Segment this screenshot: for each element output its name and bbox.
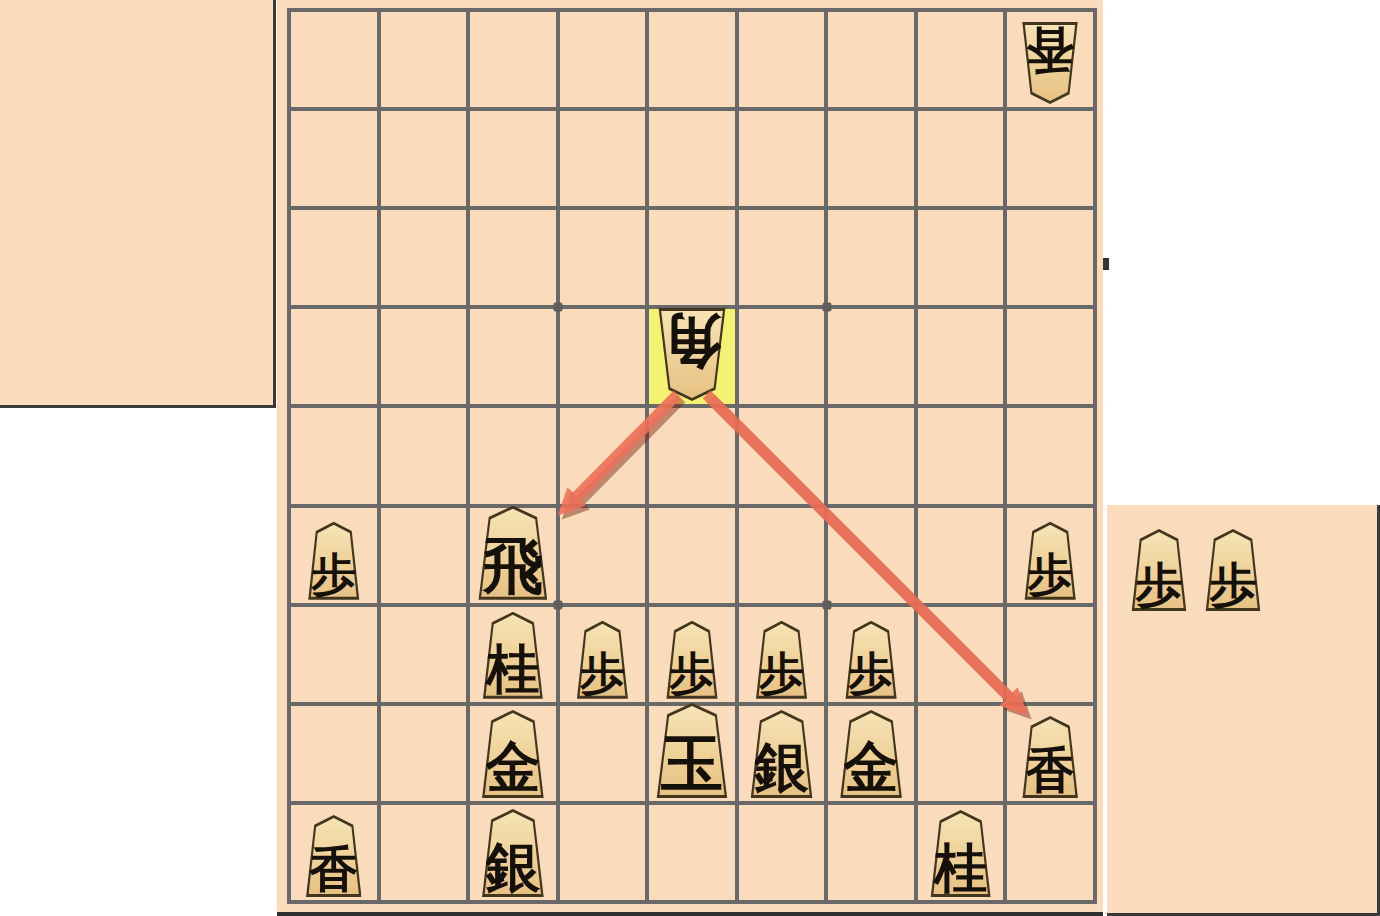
board-cell[interactable]: 桂 <box>470 607 556 702</box>
board-cell[interactable]: 歩 <box>291 508 377 603</box>
board-cell[interactable] <box>560 210 646 305</box>
board-cell[interactable] <box>918 408 1004 503</box>
piece-gyoku-king[interactable]: 玉 <box>652 703 732 798</box>
board-cell[interactable] <box>1007 607 1093 702</box>
board-cell[interactable]: 金 <box>828 706 914 801</box>
shogi-board: 香角歩飛歩桂歩歩歩歩金玉銀金香香銀桂 <box>277 0 1103 916</box>
piece-kanji: 桂 <box>927 840 995 896</box>
hand-tray-sente[interactable]: 歩歩 <box>1107 505 1380 916</box>
board-cell[interactable] <box>381 706 467 801</box>
piece-kanji: 香 <box>1019 24 1082 75</box>
board-cell[interactable] <box>291 210 377 305</box>
piece-kyosha-lance[interactable]: 香 <box>1019 22 1082 104</box>
board-cell[interactable]: 香 <box>1007 706 1093 801</box>
hoshi-dot <box>823 303 832 312</box>
piece-fu-pawn[interactable]: 歩 <box>1128 529 1190 611</box>
board-cell[interactable] <box>291 408 377 503</box>
board-cell[interactable] <box>470 309 556 404</box>
piece-kanji: 歩 <box>1202 560 1264 609</box>
piece-kanji: 歩 <box>1128 560 1190 609</box>
piece-fu-pawn[interactable]: 歩 <box>573 621 631 699</box>
board-cell[interactable] <box>828 309 914 404</box>
board-cell[interactable] <box>560 111 646 206</box>
board-cell[interactable] <box>291 111 377 206</box>
board-cell[interactable] <box>381 508 467 603</box>
piece-kanji: 香 <box>1019 745 1082 796</box>
board-cell[interactable] <box>291 706 377 801</box>
board-cell[interactable] <box>649 805 735 900</box>
hoshi-dot <box>554 303 563 312</box>
board-cell[interactable] <box>291 309 377 404</box>
board-cell[interactable] <box>381 408 467 503</box>
piece-kanji: 金 <box>836 738 906 796</box>
board-cell[interactable] <box>649 408 735 503</box>
piece-kanji: 歩 <box>305 551 363 598</box>
board-cell[interactable] <box>560 309 646 404</box>
piece-kanji: 桂 <box>479 641 547 697</box>
board-edge-notch <box>1103 258 1109 270</box>
board-cell[interactable] <box>918 111 1004 206</box>
piece-kyosha-lance[interactable]: 香 <box>1019 716 1082 798</box>
board-cell[interactable] <box>1007 111 1093 206</box>
board-cell[interactable] <box>470 111 556 206</box>
board-cell[interactable] <box>828 12 914 107</box>
piece-kanji: 金 <box>478 738 548 796</box>
hoshi-dot <box>823 601 832 610</box>
piece-fu-pawn[interactable]: 歩 <box>753 621 811 699</box>
board-cell[interactable] <box>918 12 1004 107</box>
board-cell[interactable] <box>381 309 467 404</box>
board-cell[interactable] <box>381 12 467 107</box>
piece-kanji: 歩 <box>573 650 631 697</box>
board-cell[interactable] <box>470 210 556 305</box>
board-cell[interactable] <box>739 12 825 107</box>
board-cell[interactable] <box>470 12 556 107</box>
board-cell[interactable] <box>1007 309 1093 404</box>
board-cell[interactable]: 金 <box>470 706 556 801</box>
board-cell[interactable] <box>918 706 1004 801</box>
board-cell[interactable] <box>1007 210 1093 305</box>
board-cell[interactable] <box>649 111 735 206</box>
piece-kanji: 歩 <box>753 650 811 697</box>
piece-fu-pawn[interactable]: 歩 <box>305 522 363 600</box>
board-cell[interactable] <box>560 408 646 503</box>
board-cell[interactable]: 歩 <box>560 607 646 702</box>
board-cell[interactable]: 桂 <box>918 805 1004 900</box>
piece-kanji: 歩 <box>1021 551 1079 598</box>
piece-kin-gold[interactable]: 金 <box>836 710 906 798</box>
piece-kanji: 銀 <box>747 738 817 796</box>
piece-kanji: 玉 <box>652 731 732 796</box>
board-cell[interactable] <box>828 111 914 206</box>
board-cell[interactable] <box>918 210 1004 305</box>
board-cell[interactable] <box>560 508 646 603</box>
board-cell[interactable] <box>828 805 914 900</box>
board-cell[interactable] <box>739 805 825 900</box>
board-cell[interactable] <box>918 607 1004 702</box>
board-cell[interactable]: 歩 <box>1007 508 1093 603</box>
piece-kanji: 香 <box>302 844 365 895</box>
board-cell[interactable] <box>739 111 825 206</box>
board-cell[interactable]: 角 <box>649 309 735 404</box>
board-cell[interactable]: 香 <box>291 805 377 900</box>
board-cell[interactable]: 玉 <box>649 706 735 801</box>
hand-tray-gote[interactable] <box>0 0 276 408</box>
hoshi-dot <box>554 601 563 610</box>
board-cell[interactable]: 銀 <box>739 706 825 801</box>
board-cell[interactable] <box>381 607 467 702</box>
piece-kanji: 飛 <box>474 534 552 598</box>
piece-fu-pawn[interactable]: 歩 <box>1021 522 1079 600</box>
piece-kin-gold[interactable]: 金 <box>478 710 548 798</box>
piece-hisha-rook[interactable]: 飛 <box>474 506 552 600</box>
board-cell[interactable] <box>739 508 825 603</box>
piece-gin-silver[interactable]: 銀 <box>478 809 548 897</box>
piece-fu-pawn[interactable]: 歩 <box>1202 529 1264 611</box>
board-cell[interactable] <box>918 508 1004 603</box>
board-cell[interactable] <box>381 805 467 900</box>
board-cell[interactable] <box>739 210 825 305</box>
board-cell[interactable] <box>739 408 825 503</box>
board-cell[interactable] <box>560 805 646 900</box>
board-cell[interactable]: 歩 <box>828 607 914 702</box>
board-cell[interactable] <box>828 210 914 305</box>
board-cell[interactable]: 香 <box>1007 12 1093 107</box>
board-cell[interactable] <box>739 309 825 404</box>
board-cell[interactable]: 歩 <box>739 607 825 702</box>
board-cell[interactable] <box>1007 805 1093 900</box>
board-cell[interactable] <box>649 508 735 603</box>
board-cell[interactable]: 銀 <box>470 805 556 900</box>
board-cell[interactable] <box>560 12 646 107</box>
board-cell[interactable] <box>649 210 735 305</box>
board-cell[interactable] <box>918 309 1004 404</box>
board-cell[interactable] <box>291 12 377 107</box>
board-cell[interactable]: 歩 <box>649 607 735 702</box>
board-cell[interactable] <box>291 607 377 702</box>
board-cell[interactable] <box>1007 408 1093 503</box>
piece-fu-pawn[interactable]: 歩 <box>842 621 900 699</box>
board-cell[interactable] <box>649 12 735 107</box>
piece-kanji: 歩 <box>842 650 900 697</box>
piece-kanji: 銀 <box>478 838 548 896</box>
board-cell[interactable] <box>381 210 467 305</box>
piece-kanji: 角 <box>654 310 730 372</box>
piece-kaku-bishop[interactable]: 角 <box>654 308 730 401</box>
piece-keima-knight[interactable]: 桂 <box>927 810 995 897</box>
board-cell[interactable] <box>470 408 556 503</box>
piece-gin-silver[interactable]: 銀 <box>747 710 817 798</box>
board-cell[interactable]: 飛 <box>470 508 556 603</box>
piece-kyosha-lance[interactable]: 香 <box>302 815 365 897</box>
piece-keima-knight[interactable]: 桂 <box>479 612 547 699</box>
piece-fu-pawn[interactable]: 歩 <box>663 621 721 699</box>
board-cell[interactable] <box>381 111 467 206</box>
board-cell[interactable] <box>828 508 914 603</box>
board-cell[interactable] <box>560 706 646 801</box>
board-grid: 香角歩飛歩桂歩歩歩歩金玉銀金香香銀桂 <box>287 8 1097 904</box>
piece-kanji: 歩 <box>663 650 721 697</box>
board-cell[interactable] <box>828 408 914 503</box>
